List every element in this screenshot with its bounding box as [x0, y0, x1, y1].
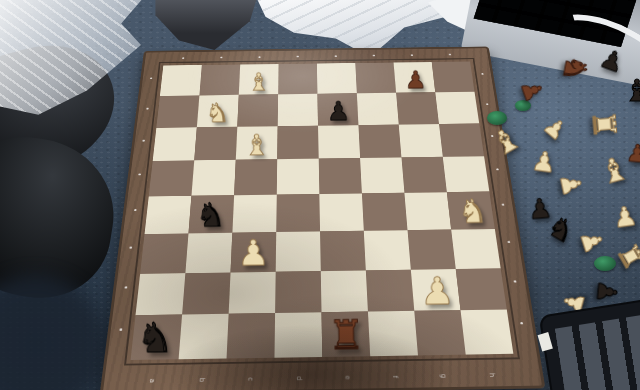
square-d7: [278, 94, 318, 126]
rank-mark-7: [514, 280, 517, 282]
square-e2: [321, 270, 368, 312]
square-g8: ♟: [394, 62, 436, 93]
square-b8: [199, 65, 240, 96]
square-d8: [278, 64, 317, 95]
black-knight: ♞: [195, 199, 225, 232]
square-f4: [362, 193, 408, 231]
square-a7: [156, 95, 199, 127]
rank-mark-8: [520, 322, 523, 325]
square-a8: [160, 65, 202, 96]
rank-mark-1: [150, 77, 153, 79]
rank-mark-6: [129, 246, 132, 248]
square-g6: [399, 124, 443, 158]
square-f3: [364, 230, 411, 270]
top-frame-mark: [220, 57, 222, 59]
square-c5: [234, 159, 277, 195]
square-d3: [276, 231, 321, 271]
photo-scene: ♝♟♞♟♝♞♞♟♟♞♜ abcdefgh ♞♟♝♜♟♟♝♟♟♝♟♟♞♟♟♜♟♟: [0, 0, 640, 390]
black-knight: ♞: [136, 318, 173, 360]
square-h1: [461, 310, 514, 355]
white-pawn: ♟: [420, 272, 455, 310]
square-b5: [191, 160, 235, 196]
square-e3: [320, 231, 366, 271]
square-a2: [135, 273, 185, 316]
square-b7: ♞: [197, 95, 239, 127]
square-c6: ♝: [236, 126, 278, 160]
rank-mark-5: [502, 204, 505, 206]
rank-mark-3: [142, 140, 145, 142]
rank-mark-4: [138, 173, 141, 175]
top-frame-mark: [297, 56, 299, 58]
square-b4: ♞: [189, 195, 235, 233]
square-e7: ♟: [317, 93, 358, 125]
white-pawn: ♟: [237, 236, 269, 272]
square-a4: [145, 196, 192, 234]
square-f6: [358, 124, 401, 158]
rank-mark-8: [119, 328, 122, 331]
square-b2: [182, 272, 230, 315]
photographer-shadow: [170, 325, 450, 390]
rank-mark-5: [134, 209, 137, 211]
square-g5: [401, 157, 446, 193]
square-h3: [451, 229, 500, 269]
calculator-keys: [555, 314, 640, 390]
square-d4: [276, 194, 320, 232]
rank-mark-2: [146, 108, 149, 110]
file-label-h: h: [488, 373, 496, 377]
square-h2: [456, 268, 507, 310]
rank-mark-4: [496, 168, 499, 170]
square-f8: [355, 63, 396, 94]
board-grid: ♝♟♞♟♝♞♞♟♟♞♜: [131, 62, 514, 360]
square-h6: [439, 123, 484, 157]
square-b6: [194, 126, 237, 160]
rank-mark-2: [486, 103, 489, 105]
rank-mark-3: [491, 135, 494, 137]
rank-mark-7: [124, 286, 127, 288]
top-frame-mark: [182, 57, 185, 59]
square-g2: ♟: [411, 269, 461, 311]
square-d2: [275, 271, 321, 314]
square-a6: [153, 127, 197, 161]
rank-mark-6: [507, 241, 510, 243]
square-e8: [317, 63, 357, 94]
square-c2: [229, 271, 276, 314]
top-frame-mark: [258, 56, 260, 58]
square-f2: [366, 269, 414, 311]
square-h7: [435, 92, 479, 124]
file-label-a: a: [148, 379, 156, 383]
top-frame-mark: [373, 55, 375, 57]
square-e4: [319, 193, 363, 231]
square-h5: [443, 156, 490, 192]
square-f5: [360, 158, 404, 194]
top-frame-mark: [411, 54, 413, 56]
square-b3: [185, 233, 232, 273]
square-g7: [396, 92, 439, 124]
white-knight: ♞: [205, 100, 229, 126]
square-c4: [232, 195, 276, 233]
square-c8: ♝: [239, 64, 279, 95]
square-f7: [357, 93, 399, 125]
top-frame-mark: [449, 54, 452, 56]
white-bishop: ♝: [243, 131, 269, 160]
top-frame-mark: [335, 55, 337, 57]
white-bishop: ♝: [247, 70, 269, 94]
white-knight: ♞: [458, 196, 488, 229]
square-h4: ♞: [447, 192, 495, 230]
square-g4: [404, 192, 451, 230]
square-g3: [408, 229, 456, 269]
square-d5: [277, 159, 320, 195]
square-a5: [149, 161, 194, 197]
rank-mark-1: [481, 73, 484, 75]
square-d6: [277, 125, 318, 159]
square-e6: [318, 125, 360, 159]
square-h8: [432, 62, 475, 93]
square-a3: [140, 233, 188, 273]
square-c7: [237, 94, 278, 126]
black-pawn: ♟: [326, 99, 350, 125]
square-e5: [319, 158, 362, 194]
brown-pawn: ♟: [404, 68, 426, 92]
square-c3: ♟: [231, 232, 277, 272]
